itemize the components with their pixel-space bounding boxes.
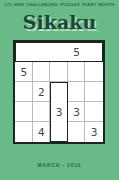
region-1-size-5 [15,42,103,62]
cell-r5c1 [15,122,33,142]
cell-r4c1 [15,102,33,122]
cell-r3c1 [15,82,33,102]
cell-r3c2 [33,82,51,102]
sikaku-board: 5523343 [13,40,105,144]
cell-r2c2 [33,62,51,82]
cell-r2c4 [68,62,86,82]
book-cover: { "game": "sikaku (shikaku) rectangle-di… [0,0,119,180]
cell-r2c5 [85,62,103,82]
cell-r2c3 [50,62,68,82]
cell-r4c2 [33,102,51,122]
cell-r3c5 [85,82,103,102]
cover-tagline: 175 NEW CHALLENGING PUZZLES EVERY MONTH [0,2,119,7]
cell-r4c4 [68,102,86,122]
cover-date: MARCH - 2019 [0,162,119,168]
sikaku-grid: 5523343 [15,42,103,142]
cell-r5c5 [85,122,103,142]
cell-r5c2 [33,122,51,142]
cell-r3c4 [68,82,86,102]
cell-r4c5 [85,102,103,122]
cell-r5c4 [68,122,86,142]
cover-title: Sikaku [0,11,119,33]
cell-r2c1 [15,62,33,82]
region-2-size-3 [50,82,68,142]
